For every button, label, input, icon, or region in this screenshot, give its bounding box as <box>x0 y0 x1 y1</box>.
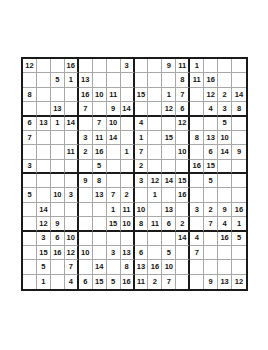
grid-cell[interactable]: 3 <box>190 203 204 217</box>
grid-cell[interactable]: 15 <box>93 275 107 289</box>
grid-cell[interactable]: 9 <box>204 275 218 289</box>
grid-cell[interactable]: 11 <box>121 203 135 217</box>
grid-cell[interactable] <box>232 131 246 145</box>
grid-cell[interactable] <box>23 145 37 159</box>
grid-cell[interactable] <box>232 59 246 73</box>
grid-cell[interactable] <box>93 203 107 217</box>
grid-cell[interactable] <box>232 188 246 202</box>
grid-cell[interactable]: 12 <box>23 59 37 73</box>
grid-cell[interactable]: 10 <box>65 232 79 246</box>
grid-cell[interactable]: 2 <box>135 160 149 174</box>
grid-cell[interactable]: 2 <box>176 217 190 231</box>
grid-cell[interactable] <box>121 117 135 131</box>
grid-cell[interactable] <box>37 188 51 202</box>
grid-cell[interactable]: 13 <box>162 203 176 217</box>
grid-cell[interactable]: 14 <box>162 174 176 188</box>
grid-cell[interactable]: 3 <box>37 232 51 246</box>
grid-cell[interactable] <box>93 102 107 116</box>
grid-cell[interactable] <box>190 260 204 274</box>
grid-cell[interactable]: 10 <box>162 260 176 274</box>
grid-cell[interactable] <box>218 260 232 274</box>
grid-cell[interactable]: 2 <box>148 275 162 289</box>
grid-cell[interactable]: 2 <box>204 203 218 217</box>
grid-cell[interactable]: 12 <box>204 88 218 102</box>
grid-cell[interactable]: 13 <box>51 102 65 116</box>
grid-cell[interactable] <box>162 232 176 246</box>
grid-cell[interactable]: 13 <box>121 246 135 260</box>
grid-cell[interactable] <box>107 260 121 274</box>
grid-cell[interactable]: 1 <box>65 73 79 87</box>
grid-cell[interactable]: 2 <box>79 145 93 159</box>
grid-cell[interactable] <box>79 217 93 231</box>
grid-cell[interactable]: 14 <box>107 131 121 145</box>
grid-cell[interactable] <box>148 131 162 145</box>
grid-cell[interactable]: 8 <box>232 102 246 116</box>
grid-cell[interactable]: 8 <box>121 260 135 274</box>
grid-cell[interactable]: 12 <box>148 174 162 188</box>
grid-cell[interactable] <box>37 131 51 145</box>
grid-cell[interactable] <box>190 217 204 231</box>
grid-cell[interactable] <box>37 73 51 87</box>
grid-cell[interactable]: 16 <box>121 275 135 289</box>
grid-cell[interactable] <box>148 246 162 260</box>
grid-cell[interactable] <box>93 59 107 73</box>
grid-cell[interactable]: 9 <box>232 145 246 159</box>
grid-cell[interactable]: 1 <box>107 203 121 217</box>
grid-cell[interactable] <box>190 102 204 116</box>
grid-cell[interactable]: 5 <box>37 260 51 274</box>
grid-cell[interactable] <box>93 232 107 246</box>
grid-cell[interactable] <box>23 217 37 231</box>
grid-cell[interactable]: 7 <box>162 275 176 289</box>
grid-cell[interactable]: 5 <box>93 160 107 174</box>
grid-cell[interactable] <box>37 145 51 159</box>
grid-cell[interactable]: 16 <box>51 246 65 260</box>
grid-cell[interactable] <box>23 232 37 246</box>
grid-cell[interactable]: 7 <box>176 88 190 102</box>
grid-cell[interactable]: 5 <box>51 73 65 87</box>
grid-cell[interactable] <box>65 217 79 231</box>
grid-cell[interactable]: 7 <box>135 145 149 159</box>
grid-cell[interactable] <box>232 246 246 260</box>
grid-cell[interactable] <box>23 260 37 274</box>
grid-cell[interactable] <box>190 88 204 102</box>
grid-cell[interactable]: 8 <box>23 88 37 102</box>
grid-cell[interactable]: 14 <box>65 117 79 131</box>
grid-cell[interactable]: 5 <box>204 174 218 188</box>
grid-cell[interactable]: 13 <box>79 73 93 87</box>
grid-cell[interactable] <box>107 174 121 188</box>
grid-cell[interactable] <box>148 203 162 217</box>
grid-cell[interactable]: 14 <box>93 260 107 274</box>
grid-cell[interactable]: 6 <box>79 275 93 289</box>
grid-cell[interactable]: 11 <box>135 275 149 289</box>
grid-cell[interactable] <box>176 203 190 217</box>
grid-cell[interactable] <box>79 260 93 274</box>
grid-cell[interactable]: 16 <box>65 59 79 73</box>
grid-cell[interactable] <box>190 174 204 188</box>
grid-cell[interactable] <box>37 102 51 116</box>
grid-cell[interactable] <box>65 88 79 102</box>
grid-cell[interactable] <box>51 131 65 145</box>
grid-cell[interactable] <box>107 145 121 159</box>
grid-cell[interactable]: 1 <box>162 88 176 102</box>
grid-cell[interactable] <box>23 73 37 87</box>
grid-cell[interactable] <box>162 73 176 87</box>
grid-cell[interactable]: 5 <box>107 275 121 289</box>
grid-cell[interactable]: 3 <box>23 160 37 174</box>
grid-cell[interactable]: 3 <box>65 188 79 202</box>
sudoku-grid: 1216391115113811168161011151712214137914… <box>21 57 248 291</box>
grid-cell[interactable] <box>204 260 218 274</box>
grid-cell[interactable]: 7 <box>79 102 93 116</box>
grid-cell[interactable]: 11 <box>93 131 107 145</box>
grid-cell[interactable]: 12 <box>162 102 176 116</box>
grid-cell[interactable] <box>148 145 162 159</box>
grid-cell[interactable] <box>176 131 190 145</box>
grid-cell[interactable] <box>135 188 149 202</box>
grid-cell[interactable]: 11 <box>65 145 79 159</box>
grid-cell[interactable] <box>135 102 149 116</box>
grid-cell[interactable]: 14 <box>176 232 190 246</box>
grid-cell[interactable] <box>121 131 135 145</box>
grid-cell[interactable] <box>121 174 135 188</box>
grid-cell[interactable] <box>204 117 218 131</box>
grid-cell[interactable]: 4 <box>190 232 204 246</box>
grid-cell[interactable]: 15 <box>204 160 218 174</box>
grid-cell[interactable] <box>176 260 190 274</box>
grid-cell[interactable]: 14 <box>121 102 135 116</box>
grid-cell[interactable] <box>148 102 162 116</box>
grid-cell[interactable]: 15 <box>135 88 149 102</box>
grid-cell[interactable] <box>51 174 65 188</box>
grid-cell[interactable]: 6 <box>51 232 65 246</box>
grid-cell[interactable] <box>51 160 65 174</box>
grid-cell[interactable] <box>37 88 51 102</box>
grid-cell[interactable] <box>135 232 149 246</box>
grid-cell[interactable] <box>218 246 232 260</box>
grid-cell[interactable] <box>107 73 121 87</box>
grid-cell[interactable]: 9 <box>218 203 232 217</box>
grid-cell[interactable]: 14 <box>37 203 51 217</box>
grid-cell[interactable]: 15 <box>107 217 121 231</box>
grid-cell[interactable] <box>107 232 121 246</box>
grid-cell[interactable] <box>23 174 37 188</box>
grid-cell[interactable] <box>162 188 176 202</box>
grid-cell[interactable] <box>218 160 232 174</box>
grid-cell[interactable]: 10 <box>93 88 107 102</box>
grid-cell[interactable] <box>23 102 37 116</box>
grid-cell[interactable]: 2 <box>218 88 232 102</box>
grid-cell[interactable] <box>79 160 93 174</box>
grid-cell[interactable] <box>218 73 232 87</box>
grid-cell[interactable]: 13 <box>135 260 149 274</box>
grid-cell[interactable]: 16 <box>204 73 218 87</box>
grid-cell[interactable] <box>107 59 121 73</box>
grid-cell[interactable]: 11 <box>107 88 121 102</box>
grid-cell[interactable]: 13 <box>37 117 51 131</box>
grid-cell[interactable]: 8 <box>190 131 204 145</box>
grid-cell[interactable]: 1 <box>135 131 149 145</box>
grid-cell[interactable]: 4 <box>204 102 218 116</box>
grid-cell[interactable] <box>232 160 246 174</box>
grid-cell[interactable] <box>218 59 232 73</box>
grid-cell[interactable]: 16 <box>148 260 162 274</box>
grid-cell[interactable]: 5 <box>162 246 176 260</box>
grid-cell[interactable]: 5 <box>232 232 246 246</box>
grid-cell[interactable] <box>190 145 204 159</box>
grid-cell[interactable] <box>176 246 190 260</box>
grid-cell[interactable]: 16 <box>218 232 232 246</box>
grid-cell[interactable] <box>148 232 162 246</box>
grid-cell[interactable]: 13 <box>218 275 232 289</box>
grid-cell[interactable] <box>93 246 107 260</box>
grid-cell[interactable]: 7 <box>65 260 79 274</box>
grid-cell[interactable] <box>121 73 135 87</box>
grid-cell[interactable] <box>232 73 246 87</box>
grid-cell[interactable]: 2 <box>121 188 135 202</box>
grid-cell[interactable]: 10 <box>218 131 232 145</box>
grid-cell[interactable]: 12 <box>176 117 190 131</box>
grid-cell[interactable]: 6 <box>204 145 218 159</box>
grid-cell[interactable]: 7 <box>204 217 218 231</box>
grid-cell[interactable] <box>51 203 65 217</box>
grid-cell[interactable]: 12 <box>232 275 246 289</box>
grid-cell[interactable] <box>162 160 176 174</box>
grid-cell[interactable]: 6 <box>162 217 176 231</box>
grid-cell[interactable]: 11 <box>148 217 162 231</box>
grid-cell[interactable]: 3 <box>107 246 121 260</box>
grid-cell[interactable] <box>121 232 135 246</box>
grid-cell[interactable]: 8 <box>135 217 149 231</box>
grid-cell[interactable]: 15 <box>37 246 51 260</box>
grid-cell[interactable] <box>107 160 121 174</box>
grid-cell[interactable] <box>65 203 79 217</box>
grid-cell[interactable]: 1 <box>148 188 162 202</box>
grid-cell[interactable]: 7 <box>190 246 204 260</box>
grid-cell[interactable]: 9 <box>51 217 65 231</box>
grid-cell[interactable] <box>51 88 65 102</box>
grid-cell[interactable] <box>93 73 107 87</box>
grid-cell[interactable]: 4 <box>218 217 232 231</box>
grid-cell[interactable]: 11 <box>190 73 204 87</box>
grid-cell[interactable] <box>37 174 51 188</box>
grid-cell[interactable]: 14 <box>232 88 246 102</box>
grid-cell[interactable] <box>51 260 65 274</box>
grid-cell[interactable]: 12 <box>65 246 79 260</box>
grid-cell[interactable]: 16 <box>79 88 93 102</box>
grid-cell[interactable] <box>135 73 149 87</box>
grid-cell[interactable] <box>232 117 246 131</box>
grid-cell[interactable] <box>190 117 204 131</box>
grid-cell[interactable] <box>135 59 149 73</box>
grid-cell[interactable]: 3 <box>79 131 93 145</box>
grid-cell[interactable] <box>162 145 176 159</box>
grid-cell[interactable] <box>93 217 107 231</box>
grid-cell[interactable] <box>232 174 246 188</box>
grid-cell[interactable]: 15 <box>162 131 176 145</box>
grid-cell[interactable]: 15 <box>176 174 190 188</box>
grid-cell[interactable]: 5 <box>23 188 37 202</box>
grid-cell[interactable]: 6 <box>176 102 190 116</box>
grid-cell[interactable] <box>232 260 246 274</box>
grid-cell[interactable] <box>204 232 218 246</box>
grid-cell[interactable] <box>23 203 37 217</box>
grid-cell[interactable]: 8 <box>176 73 190 87</box>
grid-cell[interactable]: 8 <box>93 174 107 188</box>
grid-cell[interactable] <box>37 160 51 174</box>
grid-cell[interactable]: 1 <box>232 217 246 231</box>
grid-cell[interactable] <box>204 188 218 202</box>
grid-cell[interactable]: 7 <box>107 188 121 202</box>
grid-cell[interactable]: 4 <box>135 117 149 131</box>
grid-cell[interactable] <box>148 160 162 174</box>
grid-cell[interactable] <box>65 160 79 174</box>
worksheet-page: 1216391115113811168161011151712214137914… <box>0 0 268 350</box>
grid-cell[interactable]: 9 <box>162 59 176 73</box>
grid-cell[interactable] <box>23 246 37 260</box>
grid-cell[interactable] <box>148 59 162 73</box>
grid-cell[interactable] <box>79 117 93 131</box>
grid-cell[interactable]: 16 <box>190 160 204 174</box>
grid-cell[interactable]: 5 <box>218 117 232 131</box>
grid-cell[interactable] <box>51 59 65 73</box>
grid-cell[interactable]: 7 <box>23 131 37 145</box>
grid-cell[interactable] <box>23 275 37 289</box>
grid-cell[interactable]: 10 <box>79 246 93 260</box>
grid-cell[interactable]: 3 <box>218 102 232 116</box>
grid-cell[interactable]: 16 <box>176 188 190 202</box>
grid-cell[interactable] <box>190 275 204 289</box>
grid-cell[interactable] <box>79 59 93 73</box>
grid-cell[interactable]: 16 <box>93 145 107 159</box>
grid-cell[interactable]: 6 <box>135 246 149 260</box>
grid-cell[interactable] <box>121 88 135 102</box>
grid-cell[interactable]: 10 <box>51 188 65 202</box>
grid-cell[interactable] <box>37 59 51 73</box>
grid-cell[interactable]: 1 <box>121 145 135 159</box>
grid-cell[interactable] <box>176 275 190 289</box>
grid-cell[interactable]: 1 <box>190 59 204 73</box>
grid-cell[interactable] <box>148 117 162 131</box>
grid-cell[interactable] <box>121 160 135 174</box>
grid-cell[interactable] <box>148 88 162 102</box>
grid-cell[interactable] <box>218 174 232 188</box>
grid-cell[interactable] <box>190 188 204 202</box>
grid-cell[interactable] <box>51 275 65 289</box>
grid-cell[interactable] <box>79 203 93 217</box>
grid-cell[interactable]: 10 <box>176 145 190 159</box>
grid-cell[interactable]: 1 <box>51 117 65 131</box>
grid-cell[interactable]: 7 <box>93 117 107 131</box>
grid-cell[interactable] <box>204 59 218 73</box>
grid-cell[interactable] <box>162 117 176 131</box>
grid-cell[interactable]: 12 <box>37 217 51 231</box>
grid-cell[interactable]: 6 <box>23 117 37 131</box>
grid-cell[interactable]: 10 <box>135 203 149 217</box>
grid-cell[interactable]: 10 <box>107 117 121 131</box>
grid-cell[interactable]: 11 <box>176 59 190 73</box>
grid-cell[interactable]: 13 <box>93 188 107 202</box>
grid-cell[interactable] <box>65 174 79 188</box>
grid-cell[interactable] <box>176 160 190 174</box>
grid-cell[interactable] <box>218 188 232 202</box>
grid-cell[interactable]: 3 <box>121 59 135 73</box>
grid-cell[interactable] <box>148 73 162 87</box>
grid-cell[interactable]: 14 <box>218 145 232 159</box>
grid-cell[interactable]: 1 <box>37 275 51 289</box>
grid-cell[interactable]: 13 <box>204 131 218 145</box>
grid-cell[interactable] <box>65 102 79 116</box>
grid-cell[interactable]: 3 <box>135 174 149 188</box>
grid-cell[interactable] <box>51 145 65 159</box>
grid-cell[interactable]: 16 <box>232 203 246 217</box>
grid-cell[interactable] <box>65 131 79 145</box>
grid-cell[interactable] <box>204 246 218 260</box>
grid-cell[interactable] <box>79 188 93 202</box>
grid-cell[interactable]: 9 <box>79 174 93 188</box>
grid-cell[interactable]: 4 <box>65 275 79 289</box>
grid-cell[interactable]: 10 <box>121 217 135 231</box>
grid-cell[interactable] <box>79 232 93 246</box>
grid-cell[interactable]: 9 <box>107 102 121 116</box>
